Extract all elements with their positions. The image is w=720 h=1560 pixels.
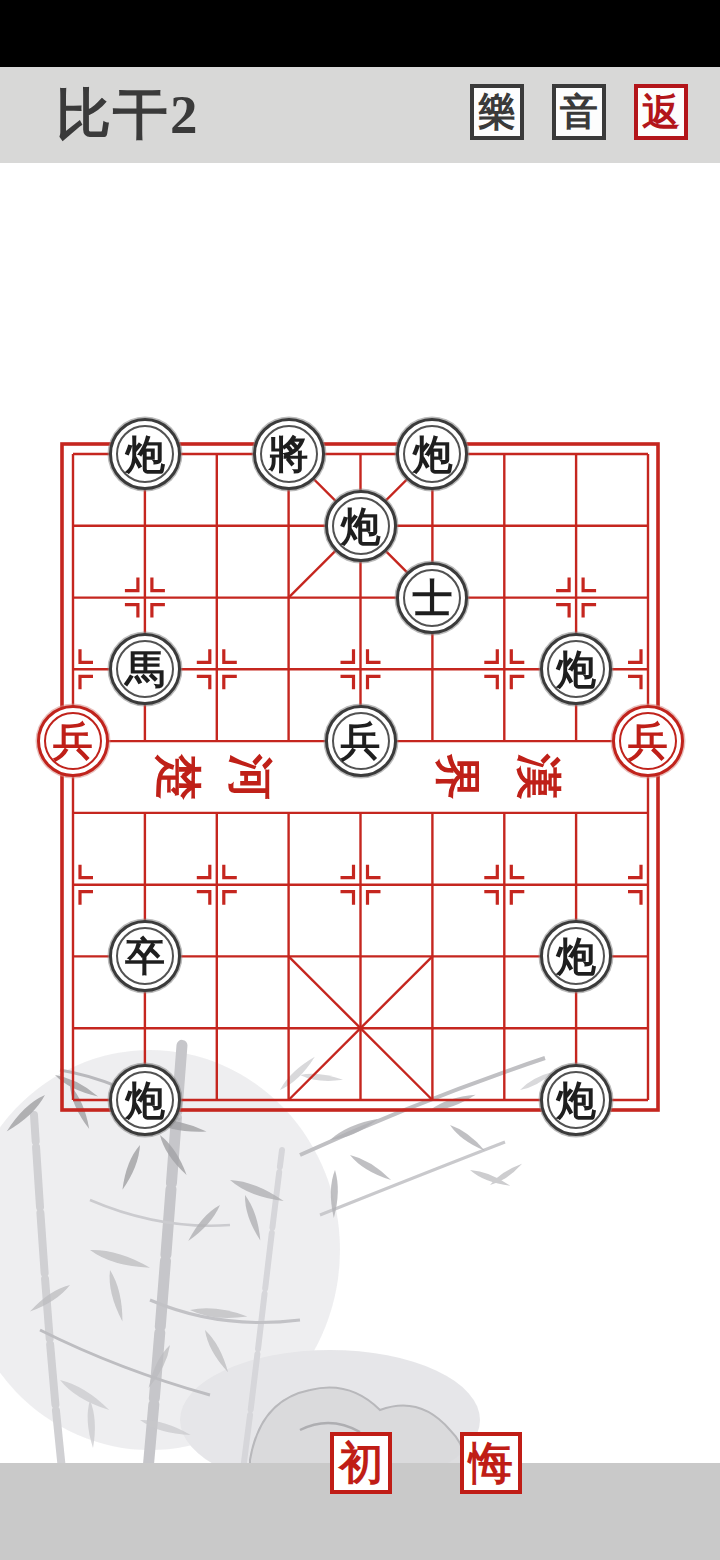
page-title: 比干2: [56, 67, 200, 163]
piece-glyph: 兵: [628, 720, 668, 762]
piece-glyph: 兵: [341, 720, 381, 762]
xiangqi-app-screen: 楚 河 界 漢 炮將炮炮士馬炮兵兵兵卒炮炮炮 比干2 樂 音 返 初 悔: [0, 0, 720, 1560]
piece-black-cannon[interactable]: 炮: [540, 1064, 612, 1136]
piece-black-cannon[interactable]: 炮: [540, 920, 612, 992]
xiangqi-board-grid: [0, 0, 720, 1560]
river-label-jie: 界: [426, 754, 488, 800]
piece-black-general[interactable]: 將: [253, 418, 325, 490]
piece-black-cannon[interactable]: 炮: [540, 633, 612, 705]
music-button[interactable]: 樂: [470, 84, 524, 140]
piece-glyph: 炮: [412, 433, 452, 475]
piece-black-cannon[interactable]: 炮: [325, 490, 397, 562]
piece-red-soldier[interactable]: 兵: [612, 705, 684, 777]
river-label-chu: 楚: [147, 754, 209, 800]
back-button[interactable]: 返: [634, 84, 688, 140]
piece-glyph: 卒: [125, 935, 165, 977]
restart-button[interactable]: 初: [330, 1432, 392, 1494]
river-label-he: 河: [219, 754, 281, 800]
piece-glyph: 炮: [556, 648, 596, 690]
piece-glyph: 炮: [125, 1079, 165, 1121]
piece-black-advisor[interactable]: 士: [396, 562, 468, 634]
piece-glyph: 炮: [125, 433, 165, 475]
status-bar: [0, 0, 720, 67]
sound-button[interactable]: 音: [552, 84, 606, 140]
piece-black-cannon[interactable]: 炮: [396, 418, 468, 490]
piece-glyph: 馬: [125, 648, 165, 690]
bamboo-ink-background: [0, 1000, 720, 1470]
piece-black-soldier[interactable]: 卒: [109, 920, 181, 992]
undo-button[interactable]: 悔: [460, 1432, 522, 1494]
piece-glyph: 炮: [556, 935, 596, 977]
piece-glyph: 將: [269, 433, 309, 475]
piece-glyph: 炮: [341, 505, 381, 547]
piece-black-cannon[interactable]: 炮: [109, 418, 181, 490]
piece-glyph: 炮: [556, 1079, 596, 1121]
piece-red-soldier[interactable]: 兵: [37, 705, 109, 777]
piece-glyph: 兵: [53, 720, 93, 762]
river-label-han: 漢: [507, 754, 569, 800]
piece-black-soldier[interactable]: 兵: [325, 705, 397, 777]
piece-glyph: 士: [412, 577, 452, 619]
piece-black-cannon[interactable]: 炮: [109, 1064, 181, 1136]
piece-black-horse[interactable]: 馬: [109, 633, 181, 705]
